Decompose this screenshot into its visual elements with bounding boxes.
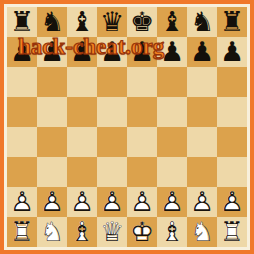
piece-white-queen[interactable]: ♕ (97, 217, 127, 247)
watermark-text: hack-cheat.org (18, 35, 164, 58)
piece-white-pawn[interactable]: ♙ (157, 187, 187, 217)
piece-white-rook-fill: ♜ (217, 217, 247, 247)
square-g5[interactable] (187, 97, 217, 127)
square-c3[interactable] (67, 157, 97, 187)
square-e5[interactable] (127, 97, 157, 127)
square-f1[interactable]: ♝♗ (157, 217, 187, 247)
square-a3[interactable] (7, 157, 37, 187)
square-c8[interactable]: ♝ (67, 7, 97, 37)
piece-black-pawn[interactable]: ♟ (217, 37, 247, 67)
piece-white-pawn-fill: ♟ (127, 187, 157, 217)
square-h3[interactable] (217, 157, 247, 187)
square-d6[interactable] (97, 67, 127, 97)
piece-black-rook[interactable]: ♜ (7, 7, 37, 37)
piece-white-bishop-fill: ♝ (157, 217, 187, 247)
square-b2[interactable]: ♟♙ (37, 187, 67, 217)
square-g1[interactable]: ♞♘ (187, 217, 217, 247)
piece-white-pawn[interactable]: ♙ (37, 187, 67, 217)
square-h5[interactable] (217, 97, 247, 127)
piece-white-bishop[interactable]: ♗ (157, 217, 187, 247)
piece-white-pawn[interactable]: ♙ (67, 187, 97, 217)
square-h1[interactable]: ♜♖ (217, 217, 247, 247)
piece-black-king[interactable]: ♚ (127, 7, 157, 37)
square-h2[interactable]: ♟♙ (217, 187, 247, 217)
piece-black-knight[interactable]: ♞ (37, 7, 67, 37)
square-d8[interactable]: ♛ (97, 7, 127, 37)
piece-white-pawn-fill: ♟ (67, 187, 97, 217)
piece-black-pawn[interactable]: ♟ (187, 37, 217, 67)
square-a5[interactable] (7, 97, 37, 127)
square-g3[interactable] (187, 157, 217, 187)
piece-white-pawn[interactable]: ♙ (7, 187, 37, 217)
chess-app-window: ♜♞♝♛♚♝♞♜♟♟♟♟♟♟♟♟♟♙♟♙♟♙♟♙♟♙♟♙♟♙♟♙♜♖♞♘♝♗♛♕… (0, 0, 254, 254)
square-b4[interactable] (37, 127, 67, 157)
square-c1[interactable]: ♝♗ (67, 217, 97, 247)
square-b5[interactable] (37, 97, 67, 127)
piece-white-pawn[interactable]: ♙ (217, 187, 247, 217)
piece-black-bishop[interactable]: ♝ (157, 7, 187, 37)
square-e8[interactable]: ♚ (127, 7, 157, 37)
square-f8[interactable]: ♝ (157, 7, 187, 37)
square-g6[interactable] (187, 67, 217, 97)
piece-white-pawn[interactable]: ♙ (97, 187, 127, 217)
square-d1[interactable]: ♛♕ (97, 217, 127, 247)
square-e1[interactable]: ♚♔ (127, 217, 157, 247)
square-b1[interactable]: ♞♘ (37, 217, 67, 247)
square-d3[interactable] (97, 157, 127, 187)
square-f4[interactable] (157, 127, 187, 157)
piece-white-king-fill: ♚ (127, 217, 157, 247)
piece-white-knight[interactable]: ♘ (187, 217, 217, 247)
piece-white-rook[interactable]: ♖ (217, 217, 247, 247)
piece-black-knight[interactable]: ♞ (187, 7, 217, 37)
piece-white-knight[interactable]: ♘ (37, 217, 67, 247)
square-b3[interactable] (37, 157, 67, 187)
square-a6[interactable] (7, 67, 37, 97)
piece-white-king[interactable]: ♔ (127, 217, 157, 247)
square-c6[interactable] (67, 67, 97, 97)
square-h8[interactable]: ♜ (217, 7, 247, 37)
square-c4[interactable] (67, 127, 97, 157)
square-g4[interactable] (187, 127, 217, 157)
piece-white-bishop[interactable]: ♗ (67, 217, 97, 247)
square-c5[interactable] (67, 97, 97, 127)
piece-white-pawn-fill: ♟ (187, 187, 217, 217)
square-e2[interactable]: ♟♙ (127, 187, 157, 217)
square-a2[interactable]: ♟♙ (7, 187, 37, 217)
square-a4[interactable] (7, 127, 37, 157)
square-g2[interactable]: ♟♙ (187, 187, 217, 217)
piece-white-pawn-fill: ♟ (7, 187, 37, 217)
square-h7[interactable]: ♟ (217, 37, 247, 67)
square-f5[interactable] (157, 97, 187, 127)
square-d2[interactable]: ♟♙ (97, 187, 127, 217)
square-e4[interactable] (127, 127, 157, 157)
square-d4[interactable] (97, 127, 127, 157)
square-g8[interactable]: ♞ (187, 7, 217, 37)
piece-white-knight-fill: ♞ (37, 217, 67, 247)
piece-white-pawn-fill: ♟ (37, 187, 67, 217)
piece-white-rook-fill: ♜ (7, 217, 37, 247)
piece-white-pawn-fill: ♟ (97, 187, 127, 217)
square-e6[interactable] (127, 67, 157, 97)
square-h4[interactable] (217, 127, 247, 157)
square-c2[interactable]: ♟♙ (67, 187, 97, 217)
piece-white-pawn-fill: ♟ (157, 187, 187, 217)
square-e3[interactable] (127, 157, 157, 187)
square-h6[interactable] (217, 67, 247, 97)
piece-white-pawn[interactable]: ♙ (187, 187, 217, 217)
piece-white-rook[interactable]: ♖ (7, 217, 37, 247)
square-a1[interactable]: ♜♖ (7, 217, 37, 247)
square-f2[interactable]: ♟♙ (157, 187, 187, 217)
square-f6[interactable] (157, 67, 187, 97)
square-a8[interactable]: ♜ (7, 7, 37, 37)
piece-white-pawn-fill: ♟ (217, 187, 247, 217)
square-f3[interactable] (157, 157, 187, 187)
piece-white-pawn[interactable]: ♙ (127, 187, 157, 217)
piece-black-rook[interactable]: ♜ (217, 7, 247, 37)
piece-black-bishop[interactable]: ♝ (67, 7, 97, 37)
square-g7[interactable]: ♟ (187, 37, 217, 67)
piece-white-knight-fill: ♞ (187, 217, 217, 247)
piece-white-bishop-fill: ♝ (67, 217, 97, 247)
piece-black-queen[interactable]: ♛ (97, 7, 127, 37)
square-d5[interactable] (97, 97, 127, 127)
piece-white-queen-fill: ♛ (97, 217, 127, 247)
square-b6[interactable] (37, 67, 67, 97)
square-b8[interactable]: ♞ (37, 7, 67, 37)
